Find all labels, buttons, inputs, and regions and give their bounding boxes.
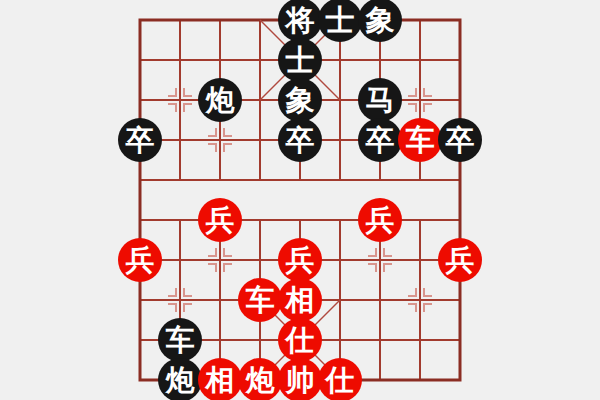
point-f3-r7[interactable]: 车 <box>240 280 280 320</box>
point-f4-r4[interactable] <box>280 160 320 200</box>
point-f5-r0[interactable]: 士 <box>320 0 360 40</box>
piece-red-soldier[interactable]: 兵 <box>438 238 482 282</box>
piece-black-chariot[interactable]: 车 <box>158 318 202 362</box>
point-f3-r9[interactable]: 炮 <box>240 360 280 400</box>
point-f4-r0[interactable]: 将 <box>280 0 320 40</box>
point-f8-r1[interactable] <box>440 40 480 80</box>
piece-black-soldier[interactable]: 卒 <box>278 118 322 162</box>
board-points-grid: 将士象士炮象马卒卒卒车卒兵兵兵兵兵车相车仕炮相炮帅仕 <box>120 0 480 400</box>
point-f7-r2[interactable] <box>400 80 440 120</box>
point-f1-r2[interactable] <box>160 80 200 120</box>
piece-red-general[interactable]: 帅 <box>278 358 322 400</box>
xiangqi-board: 将士象士炮象马卒卒卒车卒兵兵兵兵兵车相车仕炮相炮帅仕 <box>0 0 600 400</box>
piece-red-chariot[interactable]: 车 <box>238 278 282 322</box>
piece-red-soldier[interactable]: 兵 <box>358 198 402 242</box>
point-f0-r9[interactable] <box>120 360 160 400</box>
point-f3-r6[interactable] <box>240 240 280 280</box>
piece-red-elephant[interactable]: 相 <box>278 278 322 322</box>
point-f2-r7[interactable] <box>200 280 240 320</box>
piece-red-soldier[interactable]: 兵 <box>118 238 162 282</box>
point-f5-r8[interactable] <box>320 320 360 360</box>
point-f3-r0[interactable] <box>240 0 280 40</box>
piece-black-cannon[interactable]: 炮 <box>198 78 242 122</box>
point-f5-r7[interactable] <box>320 280 360 320</box>
point-f2-r6[interactable] <box>200 240 240 280</box>
point-f6-r3[interactable]: 卒 <box>360 120 400 160</box>
piece-red-advisor[interactable]: 仕 <box>278 318 322 362</box>
point-f0-r1[interactable] <box>120 40 160 80</box>
point-f6-r4[interactable] <box>360 160 400 200</box>
point-f2-r2[interactable]: 炮 <box>200 80 240 120</box>
point-f8-r0[interactable] <box>440 0 480 40</box>
point-f5-r5[interactable] <box>320 200 360 240</box>
point-f1-r8[interactable]: 车 <box>160 320 200 360</box>
point-f6-r8[interactable] <box>360 320 400 360</box>
piece-red-chariot[interactable]: 车 <box>398 118 442 162</box>
point-f1-r1[interactable] <box>160 40 200 80</box>
point-f5-r2[interactable] <box>320 80 360 120</box>
point-f4-r2[interactable]: 象 <box>280 80 320 120</box>
point-f6-r0[interactable]: 象 <box>360 0 400 40</box>
point-f6-r6[interactable] <box>360 240 400 280</box>
point-f7-r5[interactable] <box>400 200 440 240</box>
point-f8-r6[interactable]: 兵 <box>440 240 480 280</box>
point-f1-r7[interactable] <box>160 280 200 320</box>
piece-red-advisor[interactable]: 仕 <box>318 358 362 400</box>
point-f2-r3[interactable] <box>200 120 240 160</box>
point-f0-r6[interactable]: 兵 <box>120 240 160 280</box>
point-f1-r5[interactable] <box>160 200 200 240</box>
piece-black-soldier[interactable]: 卒 <box>118 118 162 162</box>
point-f6-r1[interactable] <box>360 40 400 80</box>
point-f6-r7[interactable] <box>360 280 400 320</box>
point-f8-r5[interactable] <box>440 200 480 240</box>
point-f1-r4[interactable] <box>160 160 200 200</box>
point-f1-r0[interactable] <box>160 0 200 40</box>
point-f4-r1[interactable]: 士 <box>280 40 320 80</box>
point-f4-r8[interactable]: 仕 <box>280 320 320 360</box>
point-f0-r4[interactable] <box>120 160 160 200</box>
piece-black-elephant[interactable]: 象 <box>278 78 322 122</box>
point-f6-r5[interactable]: 兵 <box>360 200 400 240</box>
point-f6-r2[interactable]: 马 <box>360 80 400 120</box>
piece-red-cannon[interactable]: 炮 <box>238 358 282 400</box>
point-f7-r0[interactable] <box>400 0 440 40</box>
point-f5-r4[interactable] <box>320 160 360 200</box>
point-f4-r9[interactable]: 帅 <box>280 360 320 400</box>
piece-black-general[interactable]: 将 <box>278 0 322 42</box>
point-f0-r8[interactable] <box>120 320 160 360</box>
point-f8-r4[interactable] <box>440 160 480 200</box>
point-f2-r5[interactable]: 兵 <box>200 200 240 240</box>
point-f2-r4[interactable] <box>200 160 240 200</box>
piece-black-cannon[interactable]: 炮 <box>158 358 202 400</box>
point-f2-r0[interactable] <box>200 0 240 40</box>
point-f0-r5[interactable] <box>120 200 160 240</box>
point-f5-r9[interactable]: 仕 <box>320 360 360 400</box>
point-f2-r1[interactable] <box>200 40 240 80</box>
point-f4-r7[interactable]: 相 <box>280 280 320 320</box>
point-f4-r6[interactable]: 兵 <box>280 240 320 280</box>
point-f3-r1[interactable] <box>240 40 280 80</box>
point-f2-r8[interactable] <box>200 320 240 360</box>
point-f0-r0[interactable] <box>120 0 160 40</box>
point-f8-r9[interactable] <box>440 360 480 400</box>
point-f8-r3[interactable]: 卒 <box>440 120 480 160</box>
point-f8-r2[interactable] <box>440 80 480 120</box>
piece-black-horse[interactable]: 马 <box>358 78 402 122</box>
point-f7-r4[interactable] <box>400 160 440 200</box>
piece-black-advisor[interactable]: 士 <box>318 0 362 42</box>
point-f8-r7[interactable] <box>440 280 480 320</box>
point-f0-r3[interactable]: 卒 <box>120 120 160 160</box>
piece-red-soldier[interactable]: 兵 <box>198 198 242 242</box>
piece-black-soldier[interactable]: 卒 <box>358 118 402 162</box>
point-f3-r5[interactable] <box>240 200 280 240</box>
point-f7-r3[interactable]: 车 <box>400 120 440 160</box>
point-f4-r3[interactable]: 卒 <box>280 120 320 160</box>
point-f3-r3[interactable] <box>240 120 280 160</box>
point-f8-r8[interactable] <box>440 320 480 360</box>
point-f4-r5[interactable] <box>280 200 320 240</box>
point-f0-r7[interactable] <box>120 280 160 320</box>
point-f2-r9[interactable]: 相 <box>200 360 240 400</box>
point-f5-r6[interactable] <box>320 240 360 280</box>
point-f3-r2[interactable] <box>240 80 280 120</box>
point-f3-r8[interactable] <box>240 320 280 360</box>
point-f3-r4[interactable] <box>240 160 280 200</box>
point-f1-r3[interactable] <box>160 120 200 160</box>
point-f1-r6[interactable] <box>160 240 200 280</box>
piece-red-soldier[interactable]: 兵 <box>278 238 322 282</box>
point-f5-r3[interactable] <box>320 120 360 160</box>
piece-black-soldier[interactable]: 卒 <box>438 118 482 162</box>
piece-red-elephant[interactable]: 相 <box>198 358 242 400</box>
point-f7-r1[interactable] <box>400 40 440 80</box>
point-f7-r9[interactable] <box>400 360 440 400</box>
piece-black-elephant[interactable]: 象 <box>358 0 402 42</box>
piece-black-advisor[interactable]: 士 <box>278 38 322 82</box>
point-f5-r1[interactable] <box>320 40 360 80</box>
point-f1-r9[interactable]: 炮 <box>160 360 200 400</box>
point-f7-r6[interactable] <box>400 240 440 280</box>
point-f7-r7[interactable] <box>400 280 440 320</box>
point-f7-r8[interactable] <box>400 320 440 360</box>
point-f0-r2[interactable] <box>120 80 160 120</box>
point-f6-r9[interactable] <box>360 360 400 400</box>
